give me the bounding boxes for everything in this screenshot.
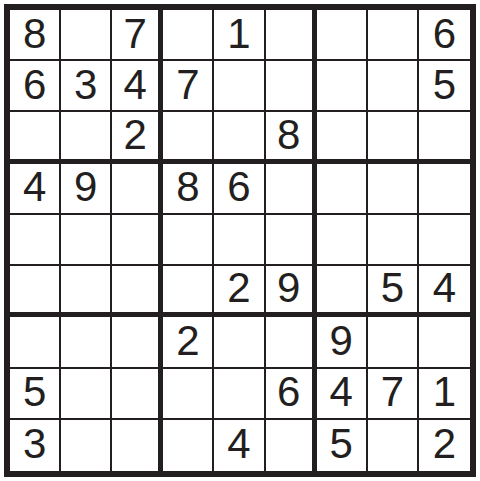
cell-r4c9-empty[interactable]: [419, 164, 470, 215]
cell-r3c6-given[interactable]: 8: [266, 112, 317, 163]
cell-r5c9-empty[interactable]: [419, 215, 470, 266]
cell-r6c7-empty[interactable]: [317, 266, 368, 317]
cell-r8c8-given[interactable]: 7: [368, 369, 419, 420]
cell-r9c3-empty[interactable]: [112, 420, 163, 471]
cell-r4c3-empty[interactable]: [112, 164, 163, 215]
cell-r6c6-given[interactable]: 9: [266, 266, 317, 317]
cell-r3c4-empty[interactable]: [163, 112, 214, 163]
cell-r7c5-empty[interactable]: [214, 317, 265, 368]
cell-r7c8-empty[interactable]: [368, 317, 419, 368]
cell-r7c7-given[interactable]: 9: [317, 317, 368, 368]
cell-r4c7-empty[interactable]: [317, 164, 368, 215]
cell-r7c2-empty[interactable]: [61, 317, 112, 368]
cell-r5c6-empty[interactable]: [266, 215, 317, 266]
cell-r1c9-given[interactable]: 6: [419, 10, 470, 61]
cell-r1c4-empty[interactable]: [163, 10, 214, 61]
cell-r6c9-given[interactable]: 4: [419, 266, 470, 317]
sudoku-page: 871663475284986295429564713452: [0, 0, 480, 481]
cell-r8c9-given[interactable]: 1: [419, 369, 470, 420]
cell-r9c7-given[interactable]: 5: [317, 420, 368, 471]
cell-r2c9-given[interactable]: 5: [419, 61, 470, 112]
cell-r6c2-empty[interactable]: [61, 266, 112, 317]
cell-r3c5-empty[interactable]: [214, 112, 265, 163]
cell-r4c8-empty[interactable]: [368, 164, 419, 215]
cell-r2c3-given[interactable]: 4: [112, 61, 163, 112]
cell-r6c4-empty[interactable]: [163, 266, 214, 317]
cell-r1c3-given[interactable]: 7: [112, 10, 163, 61]
cell-r4c5-given[interactable]: 6: [214, 164, 265, 215]
cell-r8c5-empty[interactable]: [214, 369, 265, 420]
cell-r4c6-empty[interactable]: [266, 164, 317, 215]
cell-r3c2-empty[interactable]: [61, 112, 112, 163]
cell-r6c3-empty[interactable]: [112, 266, 163, 317]
cell-r4c1-given[interactable]: 4: [10, 164, 61, 215]
cell-r1c5-given[interactable]: 1: [214, 10, 265, 61]
cell-r1c1-given[interactable]: 8: [10, 10, 61, 61]
cell-r2c5-empty[interactable]: [214, 61, 265, 112]
cell-r3c7-empty[interactable]: [317, 112, 368, 163]
cell-r2c2-given[interactable]: 3: [61, 61, 112, 112]
cell-r6c8-given[interactable]: 5: [368, 266, 419, 317]
cell-r6c5-given[interactable]: 2: [214, 266, 265, 317]
cell-r9c4-empty[interactable]: [163, 420, 214, 471]
cell-r7c9-empty[interactable]: [419, 317, 470, 368]
cell-r2c7-empty[interactable]: [317, 61, 368, 112]
cell-r1c8-empty[interactable]: [368, 10, 419, 61]
cell-r2c4-given[interactable]: 7: [163, 61, 214, 112]
cell-r5c5-empty[interactable]: [214, 215, 265, 266]
cell-r5c7-empty[interactable]: [317, 215, 368, 266]
cell-r4c2-given[interactable]: 9: [61, 164, 112, 215]
cell-r1c6-empty[interactable]: [266, 10, 317, 61]
cell-r9c5-given[interactable]: 4: [214, 420, 265, 471]
cell-r2c8-empty[interactable]: [368, 61, 419, 112]
cell-r5c8-empty[interactable]: [368, 215, 419, 266]
cell-r3c8-empty[interactable]: [368, 112, 419, 163]
cell-r7c4-given[interactable]: 2: [163, 317, 214, 368]
cell-r1c2-empty[interactable]: [61, 10, 112, 61]
cell-r5c4-empty[interactable]: [163, 215, 214, 266]
cell-r8c1-given[interactable]: 5: [10, 369, 61, 420]
cell-r9c2-empty[interactable]: [61, 420, 112, 471]
cell-r8c2-empty[interactable]: [61, 369, 112, 420]
cell-r8c7-given[interactable]: 4: [317, 369, 368, 420]
cell-r1c7-empty[interactable]: [317, 10, 368, 61]
cell-r7c3-empty[interactable]: [112, 317, 163, 368]
cell-r7c6-empty[interactable]: [266, 317, 317, 368]
cell-r3c1-empty[interactable]: [10, 112, 61, 163]
cell-r8c3-empty[interactable]: [112, 369, 163, 420]
cell-r7c1-empty[interactable]: [10, 317, 61, 368]
cell-r8c6-given[interactable]: 6: [266, 369, 317, 420]
cell-r8c4-empty[interactable]: [163, 369, 214, 420]
cell-r3c9-empty[interactable]: [419, 112, 470, 163]
cell-r6c1-empty[interactable]: [10, 266, 61, 317]
cell-r5c3-empty[interactable]: [112, 215, 163, 266]
cell-r5c1-empty[interactable]: [10, 215, 61, 266]
cell-r2c6-empty[interactable]: [266, 61, 317, 112]
cell-r2c1-given[interactable]: 6: [10, 61, 61, 112]
cell-r9c9-given[interactable]: 2: [419, 420, 470, 471]
cell-r9c6-empty[interactable]: [266, 420, 317, 471]
cell-r4c4-given[interactable]: 8: [163, 164, 214, 215]
sudoku-board: 871663475284986295429564713452: [4, 4, 476, 477]
cell-r5c2-empty[interactable]: [61, 215, 112, 266]
cell-r9c8-empty[interactable]: [368, 420, 419, 471]
cell-r3c3-given[interactable]: 2: [112, 112, 163, 163]
cell-r9c1-given[interactable]: 3: [10, 420, 61, 471]
